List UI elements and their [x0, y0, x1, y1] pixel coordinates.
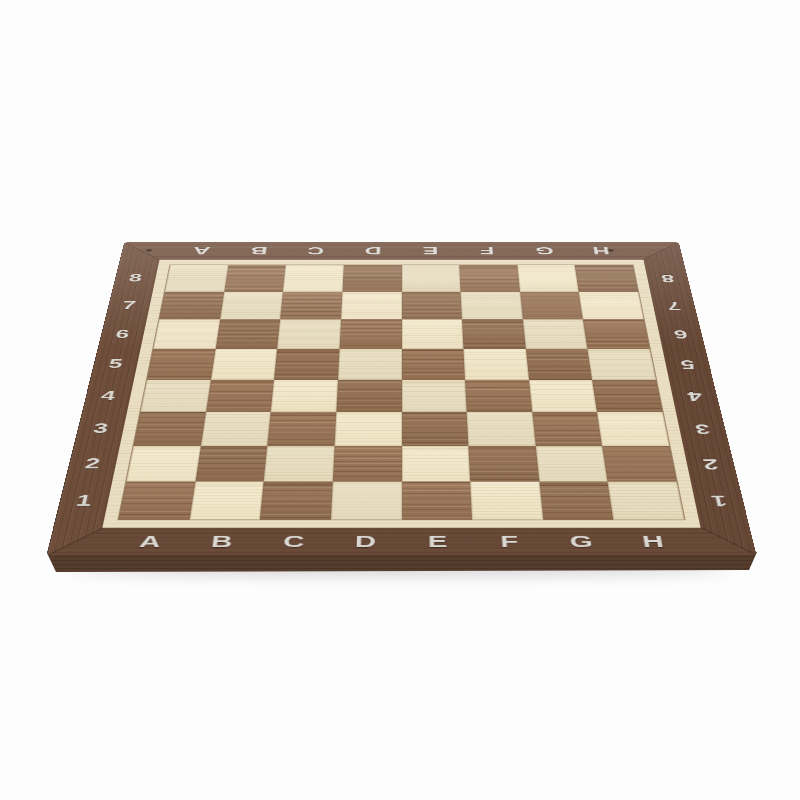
square-h7 [579, 292, 644, 320]
square-b5 [211, 349, 278, 380]
square-h4 [592, 380, 662, 412]
square-g6 [523, 319, 588, 348]
rank-label-right-4: 4 [669, 380, 721, 412]
square-d6 [339, 319, 401, 348]
square-b2 [195, 446, 267, 482]
square-f2 [468, 446, 539, 482]
square-f8 [459, 265, 520, 292]
rank-label-right-2: 2 [683, 446, 738, 482]
product-photo-stage: ABCDEFGH ABCDEFGH 87654321 87654321 [0, 0, 800, 800]
square-e5 [402, 349, 466, 380]
square-h5 [588, 349, 656, 380]
file-label-top-h: H [571, 242, 631, 260]
rank-label-left-7: 7 [105, 292, 153, 320]
rank-label-left-8: 8 [112, 265, 159, 292]
rank-label-left-4: 4 [82, 380, 134, 412]
rank-label-right-5: 5 [662, 349, 713, 380]
square-e6 [402, 319, 464, 348]
square-e1 [402, 482, 473, 520]
square-g5 [526, 349, 593, 380]
square-f6 [462, 319, 526, 348]
rank-label-right-1: 1 [691, 482, 748, 520]
square-b4 [206, 380, 275, 412]
square-d2 [333, 446, 402, 482]
file-label-bottom-d: D [329, 528, 402, 556]
file-label-bottom-a: A [111, 528, 188, 556]
square-e7 [402, 292, 463, 320]
file-label-top-b: B [229, 242, 288, 260]
rank-label-right-3: 3 [676, 412, 730, 446]
square-g8 [517, 265, 579, 292]
square-a7 [159, 292, 224, 320]
rank-label-right-7: 7 [650, 292, 698, 320]
square-a5 [147, 349, 215, 380]
square-e2 [402, 446, 471, 482]
square-e3 [402, 412, 469, 446]
square-d8 [342, 265, 401, 292]
square-f3 [467, 412, 536, 446]
file-label-top-a: A [171, 242, 231, 260]
file-labels-bottom: ABCDEFGH [111, 528, 691, 556]
square-b7 [220, 292, 283, 320]
square-g1 [539, 482, 614, 520]
square-g3 [532, 412, 602, 446]
square-d5 [338, 349, 402, 380]
square-c6 [277, 319, 341, 348]
square-f7 [461, 292, 523, 320]
rank-label-right-6: 6 [656, 319, 705, 348]
square-b8 [224, 265, 286, 292]
square-f4 [465, 380, 532, 412]
square-h6 [583, 319, 650, 348]
rank-label-right-8: 8 [645, 265, 692, 292]
square-f5 [464, 349, 529, 380]
file-label-top-c: C [286, 242, 344, 260]
square-h2 [602, 446, 676, 482]
square-c7 [280, 292, 342, 320]
file-label-top-d: D [344, 242, 402, 260]
square-h1 [608, 482, 684, 520]
square-d3 [335, 412, 402, 446]
square-e4 [402, 380, 467, 412]
square-b6 [215, 319, 280, 348]
square-c2 [264, 446, 335, 482]
square-d1 [331, 482, 402, 520]
square-h3 [597, 412, 669, 446]
square-c5 [274, 349, 339, 380]
square-d4 [336, 380, 401, 412]
rank-label-left-5: 5 [90, 349, 141, 380]
square-d7 [341, 292, 402, 320]
square-e8 [402, 265, 461, 292]
square-g7 [520, 292, 583, 320]
playing-area [119, 265, 685, 520]
file-label-top-f: F [458, 242, 516, 260]
frame-pin-hole-right [608, 249, 614, 251]
file-label-bottom-e: E [402, 528, 475, 556]
rank-label-left-6: 6 [98, 319, 147, 348]
square-b1 [189, 482, 264, 520]
chess-board: ABCDEFGH ABCDEFGH 87654321 87654321 [46, 242, 756, 555]
square-a8 [165, 265, 228, 292]
rank-label-left-3: 3 [74, 412, 128, 446]
square-a1 [119, 482, 195, 520]
file-label-bottom-h: H [615, 528, 692, 556]
file-label-bottom-b: B [184, 528, 259, 556]
square-c8 [283, 265, 344, 292]
file-label-top-g: G [515, 242, 574, 260]
file-label-bottom-g: G [544, 528, 619, 556]
file-labels-top: ABCDEFGH [171, 242, 631, 260]
rank-label-left-1: 1 [55, 482, 112, 520]
square-c3 [268, 412, 337, 446]
square-f1 [470, 482, 543, 520]
square-b3 [201, 412, 271, 446]
file-label-top-e: E [402, 242, 460, 260]
rank-label-left-2: 2 [65, 446, 120, 482]
square-a6 [153, 319, 220, 348]
square-g4 [529, 380, 598, 412]
square-g2 [535, 446, 607, 482]
square-h8 [575, 265, 638, 292]
square-a3 [134, 412, 206, 446]
square-c4 [271, 380, 338, 412]
file-label-bottom-c: C [256, 528, 330, 556]
square-a2 [126, 446, 200, 482]
square-c1 [260, 482, 333, 520]
file-label-bottom-f: F [473, 528, 547, 556]
square-a4 [140, 380, 210, 412]
